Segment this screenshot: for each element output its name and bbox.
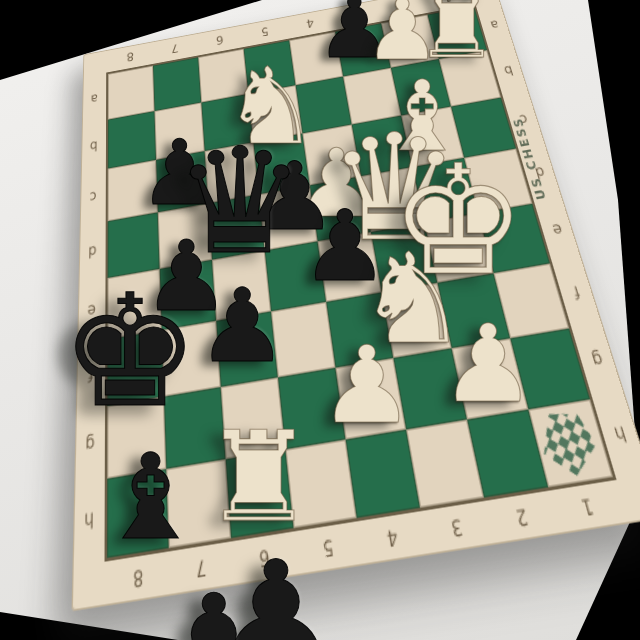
file-label-left-h: h: [84, 508, 94, 533]
white-rook-h6[interactable]: ♜: [203, 415, 315, 539]
captured-black-pawn-2[interactable]: ♟: [149, 575, 279, 640]
rank-label-top-7: 7: [171, 41, 179, 55]
file-label-left-a: a: [91, 91, 98, 106]
rank-label-top-8: 8: [126, 50, 134, 64]
rank-label-top-5: 5: [260, 25, 269, 39]
white-pawn-g2[interactable]: ♟: [440, 310, 536, 417]
file-label-left-c: c: [89, 189, 96, 206]
black-king-f8[interactable]: ♚: [60, 274, 199, 429]
file-label-left-d: d: [88, 243, 97, 262]
black-bishop-h8[interactable]: ♝: [97, 438, 203, 556]
photo-stage: 8877665544332211aabbccddeeffgghh US CHES…: [0, 0, 640, 640]
file-label-left-b: b: [90, 138, 98, 154]
white-pawn-g4[interactable]: ♟: [319, 332, 415, 439]
rank-label-bottom-8: 8: [133, 565, 144, 592]
black-pawn-f6[interactable]: ♟: [197, 276, 288, 378]
